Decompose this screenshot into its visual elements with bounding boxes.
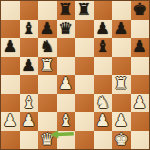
square-f8[interactable] <box>94 1 113 20</box>
square-g5[interactable] <box>112 57 131 76</box>
square-h2[interactable] <box>131 112 150 131</box>
white-bishop-icon[interactable]: ♝ <box>58 112 73 130</box>
square-h5[interactable] <box>131 57 150 76</box>
square-c4[interactable] <box>38 75 57 94</box>
square-g2[interactable]: ♟ <box>112 112 131 131</box>
square-c8[interactable] <box>38 1 57 20</box>
black-pawn-icon[interactable]: ♟ <box>3 38 18 56</box>
square-h8[interactable]: ♚ <box>131 1 150 20</box>
square-e5[interactable] <box>75 57 94 76</box>
square-d1[interactable] <box>57 131 76 150</box>
square-d4[interactable]: ♟ <box>57 75 76 94</box>
square-b5[interactable]: ♟ <box>20 57 39 76</box>
square-b2[interactable]: ♟ <box>20 112 39 131</box>
white-pawn-icon[interactable]: ♟ <box>3 112 18 130</box>
square-d5[interactable] <box>57 57 76 76</box>
square-f3[interactable]: ♞ <box>94 94 113 113</box>
black-pawn-icon[interactable]: ♟ <box>40 20 55 38</box>
square-h1[interactable] <box>131 131 150 150</box>
white-queen-icon[interactable]: ♛ <box>40 131 55 149</box>
white-king-icon[interactable]: ♚ <box>114 131 129 149</box>
black-pawn-icon[interactable]: ♟ <box>21 57 36 75</box>
black-pawn-icon[interactable]: ♟ <box>114 20 129 38</box>
white-pawn-icon[interactable]: ♟ <box>21 112 36 130</box>
square-b4[interactable] <box>20 75 39 94</box>
square-g7[interactable]: ♟ <box>112 20 131 39</box>
square-c6[interactable]: ♞ <box>38 38 57 57</box>
square-e2[interactable] <box>75 112 94 131</box>
square-c1[interactable]: ♛ <box>38 131 57 150</box>
square-b6[interactable] <box>20 38 39 57</box>
chess-board: ♜♜♚♝♟♛♟♟♟♞♝♟♟♜♟♜♝♞♟♟♟♝♟♟♛♚ <box>1 1 149 149</box>
white-bishop-icon[interactable]: ♝ <box>21 94 36 112</box>
square-e1[interactable] <box>75 131 94 150</box>
chess-board-frame: ♜♜♚♝♟♛♟♟♟♞♝♟♟♜♟♜♝♞♟♟♟♝♟♟♛♚ <box>0 0 150 150</box>
square-a6[interactable]: ♟ <box>1 38 20 57</box>
black-king-icon[interactable]: ♚ <box>132 1 147 19</box>
square-a4[interactable] <box>1 75 20 94</box>
white-pawn-icon[interactable]: ♟ <box>114 112 129 130</box>
white-rook-icon[interactable]: ♜ <box>40 57 55 75</box>
square-a5[interactable] <box>1 57 20 76</box>
square-e4[interactable] <box>75 75 94 94</box>
white-knight-icon[interactable]: ♞ <box>95 94 110 112</box>
square-b7[interactable]: ♝ <box>20 20 39 39</box>
square-c5[interactable]: ♜ <box>38 57 57 76</box>
black-pawn-icon[interactable]: ♟ <box>95 20 110 38</box>
white-rook-icon[interactable]: ♜ <box>114 75 129 93</box>
white-pawn-icon[interactable]: ♟ <box>132 94 147 112</box>
square-f6[interactable]: ♝ <box>94 38 113 57</box>
square-g1[interactable]: ♚ <box>112 131 131 150</box>
white-pawn-icon[interactable]: ♟ <box>58 75 73 93</box>
square-f7[interactable]: ♟ <box>94 20 113 39</box>
black-rook-icon[interactable]: ♜ <box>58 1 73 19</box>
square-g8[interactable] <box>112 1 131 20</box>
black-bishop-icon[interactable]: ♝ <box>21 20 36 38</box>
square-h3[interactable]: ♟ <box>131 94 150 113</box>
square-b8[interactable] <box>20 1 39 20</box>
square-c2[interactable] <box>38 112 57 131</box>
square-c7[interactable]: ♟ <box>38 20 57 39</box>
square-e3[interactable] <box>75 94 94 113</box>
square-g4[interactable]: ♜ <box>112 75 131 94</box>
square-d7[interactable]: ♛ <box>57 20 76 39</box>
square-f1[interactable] <box>94 131 113 150</box>
square-f5[interactable] <box>94 57 113 76</box>
square-h6[interactable]: ♟ <box>131 38 150 57</box>
square-h7[interactable] <box>131 20 150 39</box>
square-e7[interactable] <box>75 20 94 39</box>
square-g3[interactable] <box>112 94 131 113</box>
square-c3[interactable] <box>38 94 57 113</box>
square-d6[interactable] <box>57 38 76 57</box>
black-knight-icon[interactable]: ♞ <box>40 38 55 56</box>
white-pawn-icon[interactable]: ♟ <box>95 112 110 130</box>
square-f4[interactable] <box>94 75 113 94</box>
square-e6[interactable] <box>75 38 94 57</box>
square-f2[interactable]: ♟ <box>94 112 113 131</box>
square-e8[interactable]: ♜ <box>75 1 94 20</box>
square-a1[interactable] <box>1 131 20 150</box>
black-rook-icon[interactable]: ♜ <box>77 1 92 19</box>
black-pawn-icon[interactable]: ♟ <box>132 38 147 56</box>
square-d8[interactable]: ♜ <box>57 1 76 20</box>
square-a2[interactable]: ♟ <box>1 112 20 131</box>
square-d3[interactable] <box>57 94 76 113</box>
square-a3[interactable] <box>1 94 20 113</box>
square-b1[interactable] <box>20 131 39 150</box>
square-a8[interactable] <box>1 1 20 20</box>
square-a7[interactable] <box>1 20 20 39</box>
square-b3[interactable]: ♝ <box>20 94 39 113</box>
square-d2[interactable]: ♝ <box>57 112 76 131</box>
black-bishop-icon[interactable]: ♝ <box>95 38 110 56</box>
square-g6[interactable] <box>112 38 131 57</box>
square-h4[interactable] <box>131 75 150 94</box>
black-queen-icon[interactable]: ♛ <box>58 20 73 38</box>
